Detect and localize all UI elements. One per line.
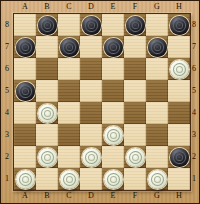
square-a5[interactable] bbox=[14, 80, 36, 102]
square-c5[interactable] bbox=[58, 80, 80, 102]
file-label-bottom-h: H bbox=[168, 190, 190, 201]
square-g6 bbox=[146, 58, 168, 80]
file-label-top-a: A bbox=[14, 2, 36, 12]
square-h8[interactable] bbox=[168, 14, 190, 36]
square-g3[interactable] bbox=[146, 124, 168, 146]
square-d7 bbox=[80, 36, 102, 58]
file-label-top-h: H bbox=[168, 2, 190, 12]
rank-label-left-4: 4 bbox=[2, 102, 12, 124]
file-label-bottom-b: B bbox=[36, 190, 58, 201]
file-label-bottom-d: D bbox=[80, 190, 102, 201]
piece-black-man[interactable] bbox=[148, 38, 167, 57]
square-h2[interactable] bbox=[168, 146, 190, 168]
file-label-bottom-a: A bbox=[14, 190, 36, 201]
square-e6 bbox=[102, 58, 124, 80]
square-e8 bbox=[102, 14, 124, 36]
piece-white-man[interactable] bbox=[82, 148, 101, 167]
file-label-bottom-e: E bbox=[102, 190, 124, 201]
file-label-bottom-c: C bbox=[58, 190, 80, 201]
square-c2 bbox=[58, 146, 80, 168]
square-d6[interactable] bbox=[80, 58, 102, 80]
square-c3[interactable] bbox=[58, 124, 80, 146]
square-d1 bbox=[80, 168, 102, 190]
square-c4 bbox=[58, 102, 80, 124]
piece-white-man[interactable] bbox=[148, 170, 167, 189]
piece-black-man[interactable] bbox=[170, 16, 189, 35]
file-label-top-e: E bbox=[102, 2, 124, 12]
piece-white-man[interactable] bbox=[170, 60, 189, 79]
piece-black-man[interactable] bbox=[126, 16, 145, 35]
square-c7[interactable] bbox=[58, 36, 80, 58]
rank-label-left-7: 7 bbox=[2, 36, 12, 58]
square-e5[interactable] bbox=[102, 80, 124, 102]
square-h5 bbox=[168, 80, 190, 102]
square-f3 bbox=[124, 124, 146, 146]
piece-white-man[interactable] bbox=[60, 170, 79, 189]
square-e7[interactable] bbox=[102, 36, 124, 58]
square-b4[interactable] bbox=[36, 102, 58, 124]
piece-white-man[interactable] bbox=[104, 170, 123, 189]
square-b1 bbox=[36, 168, 58, 190]
rank-label-left-5: 5 bbox=[2, 80, 12, 102]
square-a4 bbox=[14, 102, 36, 124]
square-f8[interactable] bbox=[124, 14, 146, 36]
piece-white-man[interactable] bbox=[126, 148, 145, 167]
square-g4 bbox=[146, 102, 168, 124]
square-f6[interactable] bbox=[124, 58, 146, 80]
square-e2 bbox=[102, 146, 124, 168]
square-a3[interactable] bbox=[14, 124, 36, 146]
piece-black-man[interactable] bbox=[16, 82, 35, 101]
rank-labels-left: 87654321 bbox=[2, 14, 12, 190]
square-c8 bbox=[58, 14, 80, 36]
square-d5 bbox=[80, 80, 102, 102]
piece-white-man[interactable] bbox=[16, 170, 35, 189]
square-d8[interactable] bbox=[80, 14, 102, 36]
square-g7[interactable] bbox=[146, 36, 168, 58]
file-label-bottom-f: F bbox=[124, 190, 146, 201]
square-d4[interactable] bbox=[80, 102, 102, 124]
file-label-top-g: G bbox=[146, 2, 168, 12]
file-label-top-b: B bbox=[36, 2, 58, 12]
checkers-board bbox=[13, 13, 191, 191]
square-a8 bbox=[14, 14, 36, 36]
square-c6 bbox=[58, 58, 80, 80]
square-b5 bbox=[36, 80, 58, 102]
square-a6 bbox=[14, 58, 36, 80]
file-labels-top: ABCDEFGH bbox=[14, 2, 190, 12]
square-e3[interactable] bbox=[102, 124, 124, 146]
square-b2[interactable] bbox=[36, 146, 58, 168]
rank-label-left-2: 2 bbox=[2, 146, 12, 168]
piece-black-man[interactable] bbox=[60, 38, 79, 57]
piece-black-man[interactable] bbox=[82, 16, 101, 35]
square-b3 bbox=[36, 124, 58, 146]
square-f4[interactable] bbox=[124, 102, 146, 124]
rank-label-left-3: 3 bbox=[2, 124, 12, 146]
rank-label-left-1: 1 bbox=[2, 168, 12, 190]
square-f7 bbox=[124, 36, 146, 58]
rank-label-left-8: 8 bbox=[2, 14, 12, 36]
square-d3 bbox=[80, 124, 102, 146]
square-d2[interactable] bbox=[80, 146, 102, 168]
file-labels-bottom: ABCDEFGH bbox=[14, 190, 190, 201]
square-g5[interactable] bbox=[146, 80, 168, 102]
square-h4[interactable] bbox=[168, 102, 190, 124]
piece-black-man[interactable] bbox=[170, 148, 189, 167]
rank-label-left-6: 6 bbox=[2, 58, 12, 80]
square-h6[interactable] bbox=[168, 58, 190, 80]
square-b8[interactable] bbox=[36, 14, 58, 36]
square-h1 bbox=[168, 168, 190, 190]
square-e4 bbox=[102, 102, 124, 124]
square-a1[interactable] bbox=[14, 168, 36, 190]
square-a7[interactable] bbox=[14, 36, 36, 58]
file-label-top-f: F bbox=[124, 2, 146, 12]
square-g8 bbox=[146, 14, 168, 36]
piece-white-man[interactable] bbox=[104, 126, 123, 145]
piece-white-man[interactable] bbox=[38, 148, 57, 167]
square-b7 bbox=[36, 36, 58, 58]
piece-black-man[interactable] bbox=[38, 16, 57, 35]
square-c1[interactable] bbox=[58, 168, 80, 190]
square-f5 bbox=[124, 80, 146, 102]
square-g1[interactable] bbox=[146, 168, 168, 190]
square-f1 bbox=[124, 168, 146, 190]
square-e1[interactable] bbox=[102, 168, 124, 190]
piece-black-man[interactable] bbox=[104, 38, 123, 57]
file-label-bottom-g: G bbox=[146, 190, 168, 201]
piece-white-man[interactable] bbox=[38, 104, 57, 123]
square-g2 bbox=[146, 146, 168, 168]
square-h3 bbox=[168, 124, 190, 146]
square-a2 bbox=[14, 146, 36, 168]
checkers-app-window: ABCDEFGH ABCDEFGH 87654321 87654321 bbox=[0, 0, 200, 204]
square-f2[interactable] bbox=[124, 146, 146, 168]
square-b6[interactable] bbox=[36, 58, 58, 80]
square-h7 bbox=[168, 36, 190, 58]
piece-black-man[interactable] bbox=[16, 38, 35, 57]
file-label-top-c: C bbox=[58, 2, 80, 12]
file-label-top-d: D bbox=[80, 2, 102, 12]
